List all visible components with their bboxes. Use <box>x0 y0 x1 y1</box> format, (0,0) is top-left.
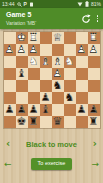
square-g5[interactable] <box>16 80 28 92</box>
overflow-menu-icon[interactable] <box>96 14 100 23</box>
square-h7[interactable]: ♟♙ <box>4 104 16 116</box>
black-queen-piece: ♛♕ <box>52 116 64 128</box>
square-g8[interactable]: ♚♔ <box>16 116 28 128</box>
battery-percent: 81% <box>91 0 101 8</box>
square-b2[interactable]: ♟♙ <box>76 44 88 56</box>
square-e1[interactable] <box>40 32 52 44</box>
square-e3[interactable]: ♝♗ <box>40 56 52 68</box>
square-b5[interactable] <box>76 80 88 92</box>
square-e7[interactable]: ♝♗ <box>40 104 52 116</box>
square-d8[interactable]: ♛♕ <box>52 116 64 128</box>
black-bishop-piece: ♝♗ <box>16 68 28 80</box>
square-g4[interactable]: ♝♗ <box>16 68 28 80</box>
square-f3[interactable]: ♞♘ <box>28 56 40 68</box>
white-pawn-piece: ♟♙ <box>16 44 28 56</box>
prev-move-chevron[interactable]: ‹ <box>6 139 10 149</box>
black-pawn-piece: ♟♙ <box>4 104 16 116</box>
square-g2[interactable]: ♟♙ <box>16 44 28 56</box>
to-exercise-button[interactable]: To exercise <box>31 158 73 170</box>
turn-indicator: Black to move <box>26 140 77 149</box>
black-knight-piece: ♞♘ <box>52 80 64 92</box>
white-pawn-piece: ♟♙ <box>4 44 16 56</box>
black-rook-piece: ♜♖ <box>88 116 100 128</box>
square-b4[interactable] <box>76 68 88 80</box>
status-bar: 13:44 P 81% <box>0 0 103 8</box>
square-c8[interactable] <box>64 116 76 128</box>
black-bishop-piece: ♝♗ <box>40 104 52 116</box>
square-b3[interactable] <box>76 56 88 68</box>
black-knight-piece: ♞♘ <box>64 92 76 104</box>
white-pawn-piece: ♟♙ <box>88 44 100 56</box>
app-bar: Game 5 Variation 'MB' <box>0 8 103 29</box>
white-knight-piece: ♞♘ <box>28 56 40 68</box>
square-h3[interactable] <box>4 56 16 68</box>
white-queen-piece: ♛♕ <box>52 32 64 44</box>
square-h4[interactable] <box>4 68 16 80</box>
wifi-icon <box>77 2 83 7</box>
next-move-chevron[interactable]: › <box>93 139 97 149</box>
square-d6[interactable] <box>52 92 64 104</box>
square-f5[interactable] <box>28 80 40 92</box>
square-b8[interactable] <box>76 116 88 128</box>
square-c3[interactable]: ♞♘ <box>64 56 76 68</box>
square-c4[interactable] <box>64 68 76 80</box>
white-bishop-piece: ♝♗ <box>40 56 52 68</box>
move-panel: ‹ Black to move › ← To exercise → <box>0 131 103 183</box>
square-h5[interactable] <box>4 80 16 92</box>
square-f8[interactable]: ♜♖ <box>28 116 40 128</box>
square-a4[interactable] <box>88 68 100 80</box>
chess-board: ♚♔♜♖♛♕♜♖♟♙♟♙♟♙♟♙♟♙♞♘♝♗♝♗♞♘♝♗♟♙♞♘♟♙♞♘♟♙♟♙… <box>4 32 100 128</box>
page-title: Game 5 <box>6 11 36 19</box>
black-king-piece: ♚♔ <box>16 116 28 128</box>
board-area: ♚♔♜♖♛♕♜♖♟♙♟♙♟♙♟♙♟♙♞♘♝♗♝♗♞♘♝♗♟♙♞♘♟♙♞♘♟♙♟♙… <box>0 29 103 131</box>
square-c7[interactable] <box>64 104 76 116</box>
black-rook-piece: ♜♖ <box>28 116 40 128</box>
clock: 13:44 <box>2 0 15 8</box>
square-b7[interactable]: ♟♙ <box>76 104 88 116</box>
square-h8[interactable] <box>4 116 16 128</box>
white-pawn-piece: ♟♙ <box>76 44 88 56</box>
square-e8[interactable] <box>40 116 52 128</box>
p-notification-icon: P <box>24 0 27 8</box>
square-d5[interactable]: ♞♘ <box>52 80 64 92</box>
refresh-icon[interactable] <box>81 14 91 24</box>
prev-variation-arrow[interactable]: ← <box>4 159 12 169</box>
next-variation-arrow[interactable]: → <box>91 159 99 169</box>
search-icon <box>17 2 22 7</box>
battery-icon <box>85 1 89 7</box>
square-c6[interactable]: ♞♘ <box>64 92 76 104</box>
black-pawn-piece: ♟♙ <box>76 104 88 116</box>
square-a5[interactable] <box>88 80 100 92</box>
square-f4[interactable] <box>28 68 40 80</box>
page-subtitle: Variation 'MB' <box>6 20 36 26</box>
square-a2[interactable]: ♟♙ <box>88 44 100 56</box>
square-e4[interactable] <box>40 68 52 80</box>
square-d1[interactable]: ♛♕ <box>52 32 64 44</box>
square-a8[interactable]: ♜♖ <box>88 116 100 128</box>
square-h2[interactable]: ♟♙ <box>4 44 16 56</box>
misc-notification-icon <box>29 2 34 7</box>
square-a3[interactable] <box>88 56 100 68</box>
square-c1[interactable] <box>64 32 76 44</box>
white-knight-piece: ♞♘ <box>64 56 76 68</box>
phone-screen: 13:44 P 81% Game 5 Variation 'MB' <box>0 0 103 183</box>
